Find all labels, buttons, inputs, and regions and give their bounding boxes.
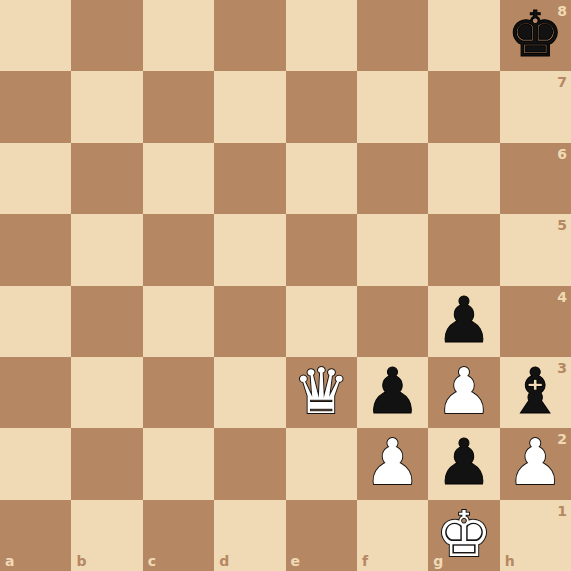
square-h5[interactable]: 5 [500,214,571,285]
square-g5[interactable] [428,214,499,285]
piece-white-pawn[interactable]: ♟ [364,428,420,498]
square-f1[interactable]: f [357,500,428,571]
square-b6[interactable] [71,143,142,214]
square-g7[interactable] [428,71,499,142]
square-d3[interactable] [214,357,285,428]
square-h3[interactable]: 3♝ [500,357,571,428]
square-a4[interactable] [0,286,71,357]
square-b1[interactable]: b [71,500,142,571]
piece-black-pawn[interactable]: ♟ [436,428,492,498]
square-f2[interactable]: ♟ [357,428,428,499]
square-h4[interactable]: 4 [500,286,571,357]
square-e2[interactable] [286,428,357,499]
square-c4[interactable] [143,286,214,357]
square-c5[interactable] [143,214,214,285]
square-g8[interactable] [428,0,499,71]
square-c7[interactable] [143,71,214,142]
square-h8[interactable]: 8♚ [500,0,571,71]
file-label-d: d [219,554,229,568]
square-h6[interactable]: 6 [500,143,571,214]
square-d8[interactable] [214,0,285,71]
rank-label-4: 4 [557,290,567,304]
square-b7[interactable] [71,71,142,142]
square-g3[interactable]: ♟ [428,357,499,428]
square-c2[interactable] [143,428,214,499]
chess-board: 8♚765♟4♛♟♟3♝♟♟2♟abcdefg♚h1 [0,0,571,571]
square-g6[interactable] [428,143,499,214]
square-d2[interactable] [214,428,285,499]
rank-label-7: 7 [557,75,567,89]
square-g4[interactable]: ♟ [428,286,499,357]
file-label-b: b [76,554,86,568]
square-f3[interactable]: ♟ [357,357,428,428]
square-e4[interactable] [286,286,357,357]
file-label-c: c [148,554,156,568]
square-f6[interactable] [357,143,428,214]
piece-white-pawn[interactable]: ♟ [436,357,492,427]
square-a2[interactable] [0,428,71,499]
square-b4[interactable] [71,286,142,357]
square-e6[interactable] [286,143,357,214]
file-label-h: h [505,554,515,568]
file-label-e: e [291,554,301,568]
square-f8[interactable] [357,0,428,71]
square-e3[interactable]: ♛ [286,357,357,428]
square-f4[interactable] [357,286,428,357]
square-d4[interactable] [214,286,285,357]
square-e7[interactable] [286,71,357,142]
square-g1[interactable]: g♚ [428,500,499,571]
square-e5[interactable] [286,214,357,285]
piece-black-bishop[interactable]: ♝ [507,357,563,427]
square-a5[interactable] [0,214,71,285]
square-d7[interactable] [214,71,285,142]
file-label-a: a [5,554,14,568]
square-d1[interactable]: d [214,500,285,571]
square-d6[interactable] [214,143,285,214]
piece-white-queen[interactable]: ♛ [293,357,349,427]
square-b2[interactable] [71,428,142,499]
square-f7[interactable] [357,71,428,142]
square-b3[interactable] [71,357,142,428]
rank-label-6: 6 [557,147,567,161]
rank-label-1: 1 [557,504,567,518]
piece-black-king[interactable]: ♚ [507,0,563,70]
square-a1[interactable]: a [0,500,71,571]
piece-black-pawn[interactable]: ♟ [364,357,420,427]
square-e8[interactable] [286,0,357,71]
square-a6[interactable] [0,143,71,214]
piece-white-pawn[interactable]: ♟ [507,428,563,498]
square-c3[interactable] [143,357,214,428]
square-a7[interactable] [0,71,71,142]
square-e1[interactable]: e [286,500,357,571]
square-g2[interactable]: ♟ [428,428,499,499]
square-c8[interactable] [143,0,214,71]
square-c6[interactable] [143,143,214,214]
piece-black-pawn[interactable]: ♟ [436,286,492,356]
square-h1[interactable]: h1 [500,500,571,571]
square-f5[interactable] [357,214,428,285]
piece-white-king[interactable]: ♚ [436,500,492,570]
square-h7[interactable]: 7 [500,71,571,142]
file-label-f: f [362,554,368,568]
square-b8[interactable] [71,0,142,71]
square-d5[interactable] [214,214,285,285]
square-h2[interactable]: 2♟ [500,428,571,499]
square-b5[interactable] [71,214,142,285]
rank-label-5: 5 [557,218,567,232]
square-a3[interactable] [0,357,71,428]
square-a8[interactable] [0,0,71,71]
square-c1[interactable]: c [143,500,214,571]
